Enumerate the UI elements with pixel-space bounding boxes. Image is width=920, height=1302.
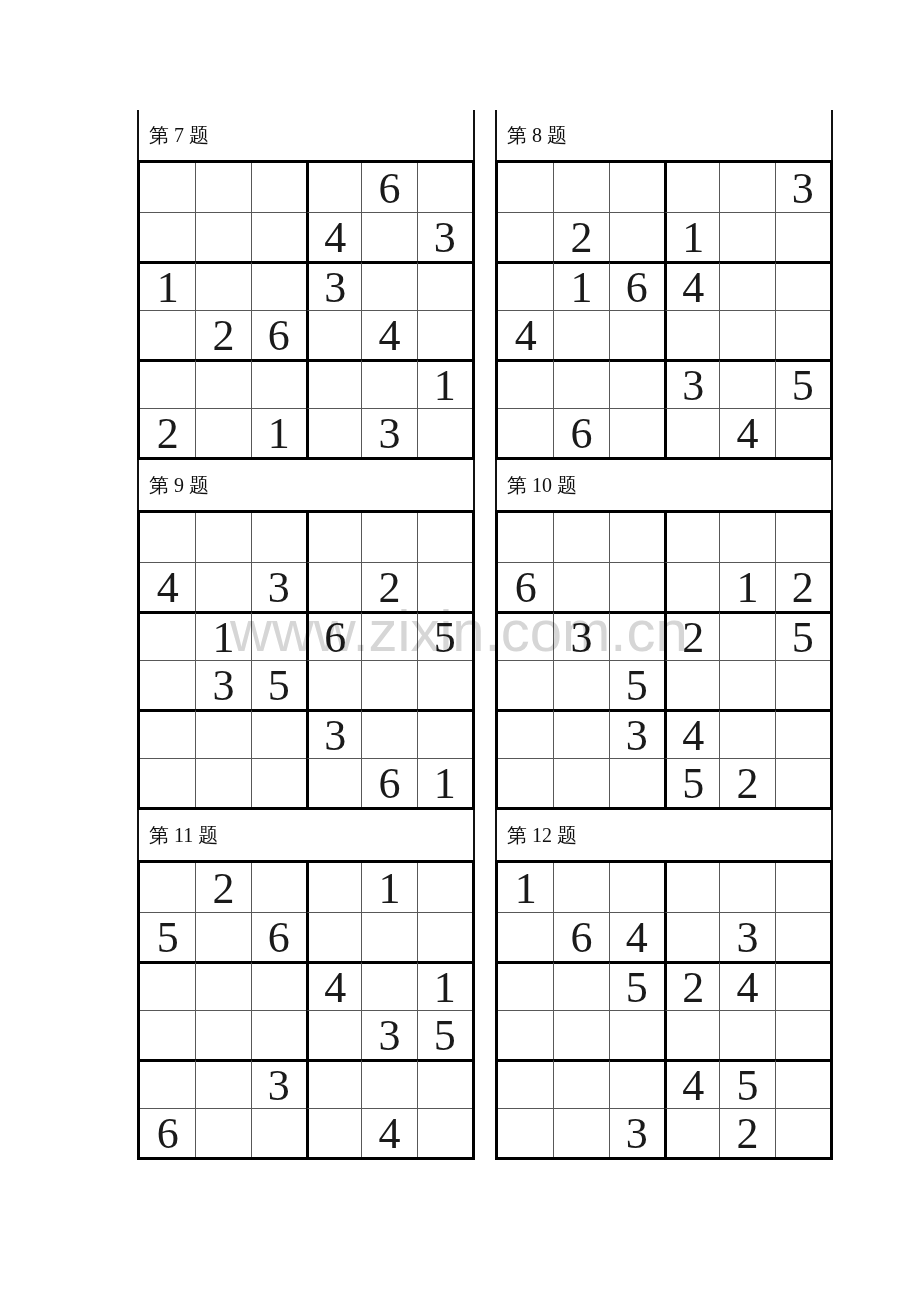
sudoku-cell-given: 2 bbox=[664, 611, 719, 660]
sudoku-cell-empty bbox=[498, 408, 553, 457]
sudoku-cell-empty bbox=[140, 163, 195, 212]
sudoku-cell-empty bbox=[140, 310, 195, 359]
sudoku-cell-empty bbox=[140, 611, 195, 660]
sudoku-cell-given: 3 bbox=[775, 163, 830, 212]
sudoku-cell-empty bbox=[417, 912, 472, 961]
sudoku-cell-empty bbox=[498, 758, 553, 807]
sudoku-cell-given: 3 bbox=[306, 261, 361, 310]
sudoku-cell-given: 3 bbox=[361, 408, 416, 457]
sudoku-cell-given: 5 bbox=[417, 1010, 472, 1059]
sudoku-cell-empty bbox=[195, 562, 250, 611]
sudoku-cell-empty bbox=[498, 212, 553, 261]
sudoku-cell-empty bbox=[775, 758, 830, 807]
sudoku-cell-empty bbox=[306, 359, 361, 408]
sudoku-cell-given: 6 bbox=[251, 310, 306, 359]
sudoku-cell-given: 6 bbox=[553, 912, 608, 961]
sudoku-cell-empty bbox=[417, 863, 472, 912]
sudoku-cell-empty bbox=[498, 660, 553, 709]
sudoku-cell-empty bbox=[417, 261, 472, 310]
sudoku-cell-given: 4 bbox=[719, 408, 774, 457]
sudoku-grid-8: 32116443564 bbox=[495, 160, 833, 460]
puzzle-column-right: 第 8 题 32116443564 第 10 题 61232553452 第 1… bbox=[495, 110, 833, 1160]
sudoku-cell-given: 2 bbox=[664, 961, 719, 1010]
sudoku-cell-empty bbox=[195, 513, 250, 562]
sudoku-cell-empty bbox=[195, 1108, 250, 1157]
sudoku-cell-empty bbox=[553, 709, 608, 758]
sudoku-cell-empty bbox=[719, 310, 774, 359]
puzzle-title-label: 第 7 题 bbox=[149, 122, 209, 149]
sudoku-cell-given: 2 bbox=[719, 758, 774, 807]
sudoku-cell-empty bbox=[251, 513, 306, 562]
sudoku-cell-empty bbox=[553, 163, 608, 212]
sudoku-cell-given: 2 bbox=[553, 212, 608, 261]
sudoku-cell-empty bbox=[775, 310, 830, 359]
sudoku-cell-given: 3 bbox=[251, 562, 306, 611]
sudoku-cell-empty bbox=[417, 1108, 472, 1157]
puzzle-12-title: 第 12 题 bbox=[495, 810, 833, 860]
sudoku-cell-given: 3 bbox=[361, 1010, 416, 1059]
sudoku-cell-empty bbox=[719, 660, 774, 709]
sudoku-cell-empty bbox=[664, 863, 719, 912]
sudoku-cell-given: 5 bbox=[609, 660, 664, 709]
sudoku-cell-given: 5 bbox=[140, 912, 195, 961]
sudoku-cell-given: 5 bbox=[775, 359, 830, 408]
sudoku-cell-empty bbox=[609, 611, 664, 660]
sudoku-cell-given: 1 bbox=[417, 758, 472, 807]
sudoku-cell-empty bbox=[775, 863, 830, 912]
puzzle-section-9: 第 9 题 43216535361 bbox=[137, 460, 475, 810]
sudoku-cell-empty bbox=[609, 408, 664, 457]
sudoku-cell-given: 4 bbox=[664, 261, 719, 310]
sudoku-cell-given: 5 bbox=[664, 758, 719, 807]
sudoku-cell-empty bbox=[361, 261, 416, 310]
sudoku-cell-given: 1 bbox=[664, 212, 719, 261]
sudoku-cell-given: 3 bbox=[609, 709, 664, 758]
sudoku-cell-empty bbox=[719, 212, 774, 261]
sudoku-cell-given: 2 bbox=[140, 408, 195, 457]
sudoku-cell-given: 1 bbox=[417, 359, 472, 408]
sudoku-cell-empty bbox=[195, 408, 250, 457]
puzzle-section-12: 第 12 题 16435244532 bbox=[495, 810, 833, 1160]
sudoku-cell-empty bbox=[251, 961, 306, 1010]
sudoku-cell-empty bbox=[140, 758, 195, 807]
sudoku-cell-given: 6 bbox=[553, 408, 608, 457]
sudoku-cell-given: 4 bbox=[664, 1059, 719, 1108]
sudoku-cell-empty bbox=[719, 1010, 774, 1059]
puzzle-section-8: 第 8 题 32116443564 bbox=[495, 110, 833, 460]
sudoku-cell-empty bbox=[498, 261, 553, 310]
sudoku-cell-empty bbox=[195, 1010, 250, 1059]
sudoku-cell-empty bbox=[775, 709, 830, 758]
sudoku-cell-empty bbox=[609, 758, 664, 807]
sudoku-cell-empty bbox=[140, 212, 195, 261]
sudoku-cell-given: 1 bbox=[195, 611, 250, 660]
sudoku-cell-given: 2 bbox=[195, 310, 250, 359]
sudoku-cell-empty bbox=[719, 863, 774, 912]
sudoku-cell-given: 3 bbox=[609, 1108, 664, 1157]
sudoku-cell-empty bbox=[553, 660, 608, 709]
puzzle-title-label: 第 10 题 bbox=[507, 472, 577, 499]
sudoku-cell-empty bbox=[195, 1059, 250, 1108]
sudoku-cell-given: 5 bbox=[251, 660, 306, 709]
sudoku-cell-given: 5 bbox=[775, 611, 830, 660]
sudoku-cell-empty bbox=[251, 1010, 306, 1059]
sudoku-cell-empty bbox=[775, 513, 830, 562]
sudoku-cell-empty bbox=[140, 660, 195, 709]
sudoku-cell-given: 4 bbox=[498, 310, 553, 359]
sudoku-cell-empty bbox=[417, 1059, 472, 1108]
sudoku-cell-given: 4 bbox=[361, 310, 416, 359]
sudoku-cell-empty bbox=[140, 1059, 195, 1108]
sudoku-cell-empty bbox=[553, 961, 608, 1010]
sudoku-cell-empty bbox=[498, 961, 553, 1010]
sudoku-cell-given: 2 bbox=[719, 1108, 774, 1157]
sudoku-cell-empty bbox=[417, 709, 472, 758]
sudoku-cell-given: 3 bbox=[664, 359, 719, 408]
sudoku-cell-empty bbox=[306, 1108, 361, 1157]
sudoku-cell-given: 1 bbox=[251, 408, 306, 457]
sudoku-grid-12: 16435244532 bbox=[495, 860, 833, 1160]
sudoku-cell-given: 6 bbox=[609, 261, 664, 310]
sudoku-cell-empty bbox=[609, 562, 664, 611]
sudoku-cell-empty bbox=[664, 562, 719, 611]
sudoku-cell-empty bbox=[719, 163, 774, 212]
sudoku-cell-empty bbox=[306, 863, 361, 912]
sudoku-cell-empty bbox=[719, 513, 774, 562]
sudoku-cell-empty bbox=[195, 709, 250, 758]
sudoku-cell-empty bbox=[361, 709, 416, 758]
sudoku-cell-empty bbox=[306, 660, 361, 709]
sudoku-cell-empty bbox=[553, 863, 608, 912]
sudoku-cell-empty bbox=[361, 1059, 416, 1108]
sudoku-cell-given: 2 bbox=[775, 562, 830, 611]
sudoku-cell-empty bbox=[609, 513, 664, 562]
sudoku-cell-empty bbox=[417, 660, 472, 709]
sudoku-cell-empty bbox=[251, 163, 306, 212]
sudoku-cell-empty bbox=[664, 310, 719, 359]
sudoku-cell-given: 3 bbox=[553, 611, 608, 660]
sudoku-cell-empty bbox=[553, 513, 608, 562]
sudoku-cell-empty bbox=[609, 863, 664, 912]
sudoku-cell-empty bbox=[251, 261, 306, 310]
sudoku-cell-given: 3 bbox=[417, 212, 472, 261]
sudoku-cell-given: 5 bbox=[609, 961, 664, 1010]
sudoku-grid-7: 643132641213 bbox=[137, 160, 475, 460]
sudoku-grid-10: 61232553452 bbox=[495, 510, 833, 810]
sudoku-cell-empty bbox=[719, 359, 774, 408]
sudoku-cell-empty bbox=[664, 513, 719, 562]
puzzle-title-label: 第 8 题 bbox=[507, 122, 567, 149]
sudoku-cell-empty bbox=[417, 562, 472, 611]
sudoku-cell-given: 3 bbox=[251, 1059, 306, 1108]
sudoku-cell-empty bbox=[664, 408, 719, 457]
sudoku-cell-empty bbox=[775, 408, 830, 457]
sudoku-cell-empty bbox=[361, 660, 416, 709]
sudoku-cell-empty bbox=[664, 163, 719, 212]
sudoku-cell-empty bbox=[498, 709, 553, 758]
sudoku-cell-empty bbox=[306, 562, 361, 611]
sudoku-cell-empty bbox=[251, 709, 306, 758]
sudoku-cell-empty bbox=[609, 212, 664, 261]
puzzle-8-title: 第 8 题 bbox=[495, 110, 833, 160]
sudoku-worksheet-page: 第 7 题 643132641213 第 9 题 43216535361 第 1… bbox=[0, 0, 920, 1302]
sudoku-cell-given: 4 bbox=[306, 212, 361, 261]
sudoku-cell-empty bbox=[306, 408, 361, 457]
sudoku-cell-given: 1 bbox=[498, 863, 553, 912]
sudoku-cell-empty bbox=[609, 359, 664, 408]
puzzle-9-title: 第 9 题 bbox=[137, 460, 475, 510]
sudoku-cell-empty bbox=[498, 359, 553, 408]
sudoku-cell-empty bbox=[553, 1108, 608, 1157]
sudoku-cell-empty bbox=[664, 660, 719, 709]
puzzle-11-title: 第 11 题 bbox=[137, 810, 475, 860]
sudoku-cell-empty bbox=[719, 261, 774, 310]
sudoku-cell-empty bbox=[140, 709, 195, 758]
sudoku-cell-given: 6 bbox=[361, 758, 416, 807]
sudoku-cell-empty bbox=[306, 1059, 361, 1108]
sudoku-cell-empty bbox=[306, 758, 361, 807]
sudoku-cell-given: 5 bbox=[719, 1059, 774, 1108]
sudoku-cell-given: 2 bbox=[361, 562, 416, 611]
sudoku-cell-given: 1 bbox=[719, 562, 774, 611]
sudoku-cell-empty bbox=[609, 1059, 664, 1108]
sudoku-cell-given: 1 bbox=[417, 961, 472, 1010]
sudoku-cell-empty bbox=[251, 863, 306, 912]
sudoku-cell-empty bbox=[306, 310, 361, 359]
puzzle-section-7: 第 7 题 643132641213 bbox=[137, 110, 475, 460]
sudoku-cell-empty bbox=[719, 611, 774, 660]
sudoku-cell-empty bbox=[306, 163, 361, 212]
sudoku-cell-empty bbox=[251, 212, 306, 261]
sudoku-cell-empty bbox=[609, 163, 664, 212]
sudoku-cell-empty bbox=[417, 513, 472, 562]
sudoku-cell-empty bbox=[498, 163, 553, 212]
sudoku-cell-empty bbox=[361, 513, 416, 562]
sudoku-cell-empty bbox=[498, 513, 553, 562]
sudoku-cell-empty bbox=[361, 359, 416, 408]
sudoku-cell-empty bbox=[498, 1108, 553, 1157]
puzzle-column-left: 第 7 题 643132641213 第 9 题 43216535361 第 1… bbox=[137, 110, 475, 1160]
sudoku-cell-empty bbox=[195, 261, 250, 310]
sudoku-cell-empty bbox=[775, 1010, 830, 1059]
sudoku-cell-empty bbox=[775, 961, 830, 1010]
sudoku-cell-empty bbox=[306, 1010, 361, 1059]
puzzle-section-11: 第 11 题 21564135364 bbox=[137, 810, 475, 1160]
sudoku-cell-empty bbox=[251, 1108, 306, 1157]
sudoku-cell-given: 3 bbox=[195, 660, 250, 709]
sudoku-cell-empty bbox=[195, 758, 250, 807]
sudoku-cell-given: 6 bbox=[251, 912, 306, 961]
sudoku-cell-given: 6 bbox=[498, 562, 553, 611]
sudoku-cell-empty bbox=[553, 758, 608, 807]
puzzle-title-label: 第 9 题 bbox=[149, 472, 209, 499]
sudoku-cell-empty bbox=[195, 961, 250, 1010]
sudoku-grid-9: 43216535361 bbox=[137, 510, 475, 810]
sudoku-cell-empty bbox=[553, 562, 608, 611]
puzzle-section-10: 第 10 题 61232553452 bbox=[495, 460, 833, 810]
sudoku-cell-empty bbox=[719, 709, 774, 758]
sudoku-cell-empty bbox=[775, 1108, 830, 1157]
puzzle-title-label: 第 12 题 bbox=[507, 822, 577, 849]
sudoku-cell-empty bbox=[498, 1010, 553, 1059]
sudoku-cell-empty bbox=[140, 359, 195, 408]
sudoku-cell-empty bbox=[195, 163, 250, 212]
puzzle-7-title: 第 7 题 bbox=[137, 110, 475, 160]
sudoku-cell-empty bbox=[609, 1010, 664, 1059]
sudoku-cell-empty bbox=[361, 611, 416, 660]
sudoku-cell-empty bbox=[775, 212, 830, 261]
sudoku-cell-empty bbox=[553, 310, 608, 359]
sudoku-cell-given: 4 bbox=[609, 912, 664, 961]
sudoku-cell-empty bbox=[775, 1059, 830, 1108]
sudoku-cell-empty bbox=[775, 912, 830, 961]
sudoku-cell-empty bbox=[498, 1059, 553, 1108]
sudoku-cell-empty bbox=[361, 961, 416, 1010]
sudoku-cell-empty bbox=[417, 310, 472, 359]
sudoku-cell-given: 6 bbox=[361, 163, 416, 212]
sudoku-cell-empty bbox=[553, 359, 608, 408]
sudoku-cell-given: 4 bbox=[719, 961, 774, 1010]
sudoku-cell-given: 1 bbox=[140, 261, 195, 310]
sudoku-grid-11: 21564135364 bbox=[137, 860, 475, 1160]
sudoku-cell-empty bbox=[195, 912, 250, 961]
sudoku-cell-empty bbox=[498, 611, 553, 660]
sudoku-cell-empty bbox=[417, 163, 472, 212]
sudoku-cell-empty bbox=[306, 912, 361, 961]
puzzle-10-title: 第 10 题 bbox=[495, 460, 833, 510]
sudoku-cell-empty bbox=[251, 359, 306, 408]
sudoku-cell-empty bbox=[417, 408, 472, 457]
sudoku-cell-empty bbox=[195, 212, 250, 261]
sudoku-cell-empty bbox=[664, 1010, 719, 1059]
sudoku-cell-empty bbox=[553, 1010, 608, 1059]
sudoku-cell-given: 1 bbox=[361, 863, 416, 912]
sudoku-cell-empty bbox=[195, 359, 250, 408]
sudoku-cell-empty bbox=[609, 310, 664, 359]
sudoku-cell-empty bbox=[251, 611, 306, 660]
puzzle-title-label: 第 11 题 bbox=[149, 822, 218, 849]
sudoku-cell-empty bbox=[498, 912, 553, 961]
sudoku-cell-given: 4 bbox=[306, 961, 361, 1010]
sudoku-cell-empty bbox=[361, 912, 416, 961]
sudoku-cell-empty bbox=[664, 912, 719, 961]
sudoku-cell-given: 1 bbox=[553, 261, 608, 310]
sudoku-cell-empty bbox=[775, 660, 830, 709]
sudoku-cell-empty bbox=[140, 513, 195, 562]
sudoku-cell-given: 4 bbox=[140, 562, 195, 611]
sudoku-cell-given: 3 bbox=[306, 709, 361, 758]
sudoku-cell-empty bbox=[553, 1059, 608, 1108]
sudoku-cell-empty bbox=[251, 758, 306, 807]
sudoku-cell-given: 6 bbox=[306, 611, 361, 660]
sudoku-cell-given: 2 bbox=[195, 863, 250, 912]
sudoku-cell-empty bbox=[140, 863, 195, 912]
sudoku-cell-given: 4 bbox=[361, 1108, 416, 1157]
sudoku-cell-empty bbox=[140, 1010, 195, 1059]
sudoku-cell-given: 4 bbox=[664, 709, 719, 758]
sudoku-cell-empty bbox=[361, 212, 416, 261]
sudoku-cell-given: 5 bbox=[417, 611, 472, 660]
sudoku-cell-empty bbox=[775, 261, 830, 310]
sudoku-cell-given: 6 bbox=[140, 1108, 195, 1157]
sudoku-cell-empty bbox=[664, 1108, 719, 1157]
sudoku-cell-empty bbox=[140, 961, 195, 1010]
sudoku-cell-empty bbox=[306, 513, 361, 562]
sudoku-cell-given: 3 bbox=[719, 912, 774, 961]
